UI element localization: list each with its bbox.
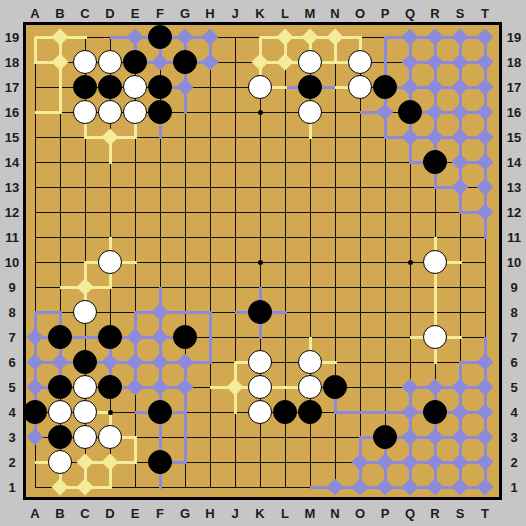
stone-white-E16[interactable] <box>123 100 147 124</box>
col-label-top: K <box>255 6 264 21</box>
row-label-right: 10 <box>507 255 521 270</box>
stone-black-D5[interactable] <box>98 375 122 399</box>
stone-black-M17[interactable] <box>298 75 322 99</box>
col-label-bottom: T <box>481 506 489 521</box>
row-label-left: 5 <box>8 380 15 395</box>
col-label-bottom: F <box>156 506 164 521</box>
stone-white-C3[interactable] <box>73 425 97 449</box>
col-label-top: N <box>330 6 339 21</box>
col-label-top: Q <box>405 6 415 21</box>
col-label-bottom: O <box>355 506 365 521</box>
stone-black-G7[interactable] <box>173 325 197 349</box>
row-label-left: 14 <box>5 155 19 170</box>
row-label-left: 16 <box>5 105 19 120</box>
row-label-left: 12 <box>5 205 19 220</box>
territory-line-black <box>209 312 212 339</box>
stone-white-B4[interactable] <box>48 400 72 424</box>
row-label-right: 4 <box>510 405 517 420</box>
col-label-top: G <box>180 6 190 21</box>
hoshi-point <box>108 410 113 415</box>
col-label-bottom: L <box>281 506 289 521</box>
row-label-right: 13 <box>507 180 521 195</box>
col-label-bottom: E <box>131 506 140 521</box>
stone-black-B5[interactable] <box>48 375 72 399</box>
stone-black-F19[interactable] <box>148 25 172 49</box>
stone-white-C8[interactable] <box>73 300 97 324</box>
row-label-left: 11 <box>5 230 19 245</box>
stone-black-F2[interactable] <box>148 450 172 474</box>
row-label-right: 18 <box>507 55 521 70</box>
col-label-top: O <box>355 6 365 21</box>
stone-black-B7[interactable] <box>48 325 72 349</box>
stone-black-C6[interactable] <box>73 350 97 374</box>
col-label-top: H <box>205 6 214 21</box>
row-label-right: 1 <box>510 480 517 495</box>
row-label-right: 12 <box>507 205 521 220</box>
row-label-left: 8 <box>8 305 15 320</box>
col-label-top: E <box>131 6 140 21</box>
territory-line-black <box>360 411 387 414</box>
col-label-top: M <box>305 6 316 21</box>
stone-black-F17[interactable] <box>148 75 172 99</box>
stone-black-C17[interactable] <box>73 75 97 99</box>
row-label-left: 19 <box>5 30 19 45</box>
stone-white-E17[interactable] <box>123 75 147 99</box>
stone-black-K8[interactable] <box>248 300 272 324</box>
col-label-bottom: N <box>330 506 339 521</box>
row-label-left: 15 <box>5 130 19 145</box>
col-label-top: S <box>456 6 465 21</box>
row-label-right: 3 <box>510 430 517 445</box>
territory-line-black <box>209 337 212 364</box>
stone-white-D18[interactable] <box>98 50 122 74</box>
row-label-left: 18 <box>5 55 19 70</box>
territory-line-black <box>335 411 362 414</box>
col-label-bottom: S <box>456 506 465 521</box>
col-label-top: P <box>381 6 390 21</box>
stone-black-P3[interactable] <box>373 425 397 449</box>
stone-white-M5[interactable] <box>298 375 322 399</box>
col-label-bottom: J <box>231 506 238 521</box>
row-label-left: 4 <box>8 405 15 420</box>
stone-white-D3[interactable] <box>98 425 122 449</box>
stone-white-M6[interactable] <box>298 350 322 374</box>
col-label-top: D <box>105 6 114 21</box>
grid-line-v <box>360 37 361 488</box>
territory-line-white <box>134 437 137 464</box>
col-label-top: T <box>481 6 489 21</box>
row-label-left: 13 <box>5 180 19 195</box>
col-label-top: R <box>430 6 439 21</box>
stone-white-C16[interactable] <box>73 100 97 124</box>
row-label-right: 16 <box>507 105 521 120</box>
stone-white-O17[interactable] <box>348 75 372 99</box>
col-label-bottom: G <box>180 506 190 521</box>
stone-black-E18[interactable] <box>123 50 147 74</box>
col-label-bottom: A <box>30 506 39 521</box>
stone-black-A4[interactable] <box>23 400 47 424</box>
col-label-top: A <box>30 6 39 21</box>
stone-white-C18[interactable] <box>73 50 97 74</box>
row-label-right: 9 <box>510 280 517 295</box>
territory-line-white <box>34 37 37 64</box>
territory-line-black <box>184 412 187 439</box>
stone-white-D10[interactable] <box>98 250 122 274</box>
stone-black-L4[interactable] <box>273 400 297 424</box>
row-label-right: 7 <box>510 330 517 345</box>
territory-line-white <box>35 111 62 114</box>
row-label-right: 17 <box>507 80 521 95</box>
row-label-left: 9 <box>8 280 15 295</box>
row-label-left: 17 <box>5 80 19 95</box>
stone-white-R10[interactable] <box>423 250 447 274</box>
stone-black-N5[interactable] <box>323 375 347 399</box>
row-label-right: 6 <box>510 355 517 370</box>
stone-black-F4[interactable] <box>148 400 172 424</box>
territory-line-white <box>59 87 62 114</box>
hoshi-point <box>408 260 413 265</box>
col-label-bottom: P <box>381 506 390 521</box>
stone-white-K5[interactable] <box>248 375 272 399</box>
stone-black-D17[interactable] <box>98 75 122 99</box>
stone-white-D16[interactable] <box>98 100 122 124</box>
stone-black-B3[interactable] <box>48 425 72 449</box>
stone-black-R4[interactable] <box>423 400 447 424</box>
stone-white-K6[interactable] <box>248 350 272 374</box>
row-label-right: 5 <box>510 380 517 395</box>
col-label-bottom: H <box>205 506 214 521</box>
row-label-right: 14 <box>507 155 521 170</box>
stone-white-C4[interactable] <box>73 400 97 424</box>
row-label-right: 19 <box>507 30 521 45</box>
stone-black-M4[interactable] <box>298 400 322 424</box>
col-label-bottom: Q <box>405 506 415 521</box>
row-label-right: 8 <box>510 305 517 320</box>
territory-line-black <box>384 37 387 64</box>
col-label-bottom: M <box>305 506 316 521</box>
col-label-top: B <box>55 6 64 21</box>
col-label-top: C <box>80 6 89 21</box>
stone-black-G18[interactable] <box>173 50 197 74</box>
col-label-top: F <box>156 6 164 21</box>
hoshi-point <box>258 260 263 265</box>
col-label-bottom: D <box>105 506 114 521</box>
stone-black-P17[interactable] <box>373 75 397 99</box>
stone-white-M16[interactable] <box>298 100 322 124</box>
row-label-right: 11 <box>507 230 521 245</box>
grid-line-v <box>335 37 336 488</box>
col-label-bottom: C <box>80 506 89 521</box>
stone-white-C5[interactable] <box>73 375 97 399</box>
stone-white-R7[interactable] <box>423 325 447 349</box>
territory-line-black <box>184 437 187 464</box>
stone-black-R14[interactable] <box>423 150 447 174</box>
row-label-right: 15 <box>507 130 521 145</box>
stone-white-B2[interactable] <box>48 450 72 474</box>
col-label-top: J <box>231 6 238 21</box>
stone-white-M18[interactable] <box>298 50 322 74</box>
row-label-left: 6 <box>8 355 15 370</box>
stone-white-O18[interactable] <box>348 50 372 74</box>
row-label-left: 10 <box>5 255 19 270</box>
territory-line-black <box>185 311 212 314</box>
stone-white-K4[interactable] <box>248 400 272 424</box>
row-label-left: 2 <box>8 455 15 470</box>
go-board-screen: AABBCCDDEEFFGGHHJJKKLLMMNNOOPPQQRRSSTT19… <box>0 0 526 526</box>
row-label-left: 1 <box>8 480 15 495</box>
row-label-left: 7 <box>8 330 15 345</box>
col-label-top: L <box>281 6 289 21</box>
territory-line-black <box>35 311 62 314</box>
row-label-right: 2 <box>510 455 517 470</box>
stone-black-Q16[interactable] <box>398 100 422 124</box>
row-label-left: 3 <box>8 430 15 445</box>
stone-black-D7[interactable] <box>98 325 122 349</box>
col-label-bottom: R <box>430 506 439 521</box>
col-label-bottom: B <box>55 506 64 521</box>
stone-white-K17[interactable] <box>248 75 272 99</box>
col-label-bottom: K <box>255 506 264 521</box>
territory-line-white <box>434 287 437 314</box>
hoshi-point <box>258 110 263 115</box>
stone-black-F16[interactable] <box>148 100 172 124</box>
